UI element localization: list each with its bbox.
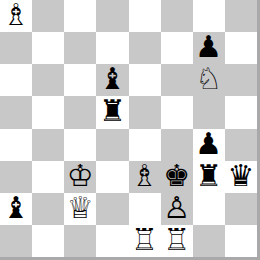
square-g2[interactable] [193, 193, 225, 225]
square-a5[interactable] [0, 96, 32, 128]
square-c1[interactable] [64, 225, 96, 257]
square-b4[interactable] [32, 129, 64, 161]
square-b3[interactable] [32, 161, 64, 193]
black-king-f3: ♚ [163, 161, 190, 191]
square-g4[interactable]: ♟ [193, 129, 225, 161]
square-h3[interactable]: ♛ [225, 161, 257, 193]
square-f4[interactable] [161, 129, 193, 161]
square-b5[interactable] [32, 96, 64, 128]
square-f5[interactable] [161, 96, 193, 128]
white-queen-c2: ♕ [67, 193, 94, 223]
square-h2[interactable] [225, 193, 257, 225]
square-a2[interactable]: ♝ [0, 193, 32, 225]
square-b6[interactable] [32, 64, 64, 96]
square-c7[interactable] [64, 32, 96, 64]
square-d4[interactable] [96, 129, 128, 161]
square-b2[interactable] [32, 193, 64, 225]
white-king-c3: ♔ [67, 161, 94, 191]
square-e2[interactable] [129, 193, 161, 225]
square-h6[interactable] [225, 64, 257, 96]
white-bishop-e3: ♗ [131, 161, 158, 191]
square-a4[interactable] [0, 129, 32, 161]
square-h7[interactable] [225, 32, 257, 64]
square-f8[interactable] [161, 0, 193, 32]
black-rook-d5: ♜ [99, 96, 126, 126]
black-rook-g3: ♜ [195, 161, 222, 191]
white-rook-f1: ♖ [163, 225, 190, 255]
square-h1[interactable] [225, 225, 257, 257]
square-c4[interactable] [64, 129, 96, 161]
chess-diagram: ♗♟♝♘♜♟♔♗♚♜♛♝♕♙♖♖ [0, 0, 260, 260]
square-d1[interactable] [96, 225, 128, 257]
square-g1[interactable] [193, 225, 225, 257]
square-e6[interactable] [129, 64, 161, 96]
square-d5[interactable]: ♜ [96, 96, 128, 128]
square-d7[interactable] [96, 32, 128, 64]
square-f3[interactable]: ♚ [161, 161, 193, 193]
square-c2[interactable]: ♕ [64, 193, 96, 225]
square-e7[interactable] [129, 32, 161, 64]
square-g7[interactable]: ♟ [193, 32, 225, 64]
square-g3[interactable]: ♜ [193, 161, 225, 193]
black-pawn-g7: ♟ [195, 32, 222, 62]
square-h5[interactable] [225, 96, 257, 128]
square-d2[interactable] [96, 193, 128, 225]
square-a1[interactable] [0, 225, 32, 257]
square-b8[interactable] [32, 0, 64, 32]
square-d3[interactable] [96, 161, 128, 193]
square-f6[interactable] [161, 64, 193, 96]
square-e3[interactable]: ♗ [129, 161, 161, 193]
black-bishop-a2: ♝ [3, 193, 30, 223]
chess-board: ♗♟♝♘♜♟♔♗♚♜♛♝♕♙♖♖ [0, 0, 260, 260]
square-e5[interactable] [129, 96, 161, 128]
white-knight-g6: ♘ [195, 64, 222, 94]
square-h4[interactable] [225, 129, 257, 161]
black-bishop-d6: ♝ [99, 64, 126, 94]
square-d8[interactable] [96, 0, 128, 32]
white-rook-e1: ♖ [131, 225, 158, 255]
square-b1[interactable] [32, 225, 64, 257]
white-bishop-a8: ♗ [3, 0, 30, 30]
square-d6[interactable]: ♝ [96, 64, 128, 96]
square-g5[interactable] [193, 96, 225, 128]
white-pawn-f2: ♙ [163, 193, 190, 223]
square-f7[interactable] [161, 32, 193, 64]
square-a6[interactable] [0, 64, 32, 96]
square-c6[interactable] [64, 64, 96, 96]
square-a3[interactable] [0, 161, 32, 193]
square-g6[interactable]: ♘ [193, 64, 225, 96]
square-f2[interactable]: ♙ [161, 193, 193, 225]
black-queen-h3: ♛ [227, 161, 254, 191]
square-a7[interactable] [0, 32, 32, 64]
square-e4[interactable] [129, 129, 161, 161]
square-c5[interactable] [64, 96, 96, 128]
black-pawn-g4: ♟ [195, 129, 222, 159]
square-a8[interactable]: ♗ [0, 0, 32, 32]
square-e8[interactable] [129, 0, 161, 32]
square-c3[interactable]: ♔ [64, 161, 96, 193]
square-c8[interactable] [64, 0, 96, 32]
square-g8[interactable] [193, 0, 225, 32]
square-e1[interactable]: ♖ [129, 225, 161, 257]
square-f1[interactable]: ♖ [161, 225, 193, 257]
square-h8[interactable] [225, 0, 257, 32]
square-b7[interactable] [32, 32, 64, 64]
